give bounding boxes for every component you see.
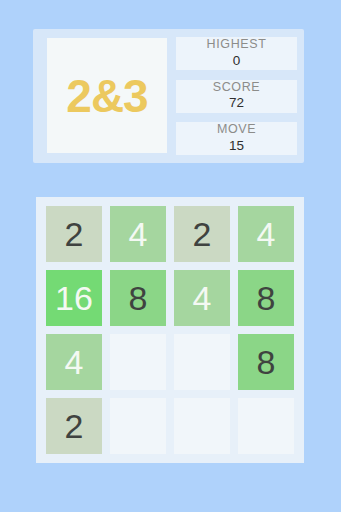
highest-label: HIGHEST xyxy=(207,38,267,52)
tile-2: 2 xyxy=(46,206,102,262)
tile-8: 8 xyxy=(110,270,166,326)
score-stat-box: SCORE 72 xyxy=(176,80,297,113)
tile-4: 4 xyxy=(46,334,102,390)
empty-cell xyxy=(110,398,166,454)
game-board[interactable]: 242416848482 xyxy=(36,197,304,463)
tile-4: 4 xyxy=(238,206,294,262)
logo-box: 2&3 xyxy=(47,38,167,153)
app-logo: 2&3 xyxy=(66,73,147,119)
tile-4: 4 xyxy=(110,206,166,262)
move-label: MOVE xyxy=(217,123,256,137)
tile-2: 2 xyxy=(46,398,102,454)
empty-cell xyxy=(174,398,230,454)
move-stat-box: MOVE 15 xyxy=(176,122,297,155)
highest-stat-box: HIGHEST 0 xyxy=(176,37,297,70)
highest-value: 0 xyxy=(233,54,241,69)
header-panel: 2&3 HIGHEST 0 SCORE 72 MOVE 15 xyxy=(33,29,304,163)
app-screen: 2&3 HIGHEST 0 SCORE 72 MOVE 15 242416848… xyxy=(0,0,341,512)
tile-16: 16 xyxy=(46,270,102,326)
tile-4: 4 xyxy=(174,270,230,326)
tile-8: 8 xyxy=(238,270,294,326)
stats-column: HIGHEST 0 SCORE 72 MOVE 15 xyxy=(176,37,297,155)
move-value: 15 xyxy=(229,139,244,154)
score-value: 72 xyxy=(229,96,244,111)
tile-2: 2 xyxy=(174,206,230,262)
score-label: SCORE xyxy=(213,81,260,95)
empty-cell xyxy=(238,398,294,454)
empty-cell xyxy=(174,334,230,390)
empty-cell xyxy=(110,334,166,390)
tile-8: 8 xyxy=(238,334,294,390)
